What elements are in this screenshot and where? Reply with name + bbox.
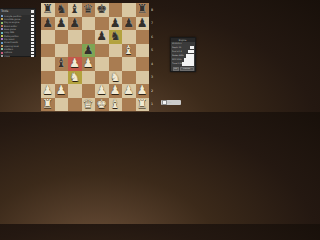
square-d8[interactable]: ♛ bbox=[82, 3, 96, 17]
editor-icon bbox=[1, 25, 3, 27]
menu-item-label: Close bbox=[4, 55, 10, 57]
square-f5[interactable] bbox=[109, 44, 123, 58]
menu-item-label: Show threats bbox=[4, 42, 18, 44]
menu-item-checkbox[interactable] bbox=[31, 48, 33, 50]
piece-white-pawn: ♟ bbox=[136, 84, 150, 98]
book-icon bbox=[1, 45, 3, 47]
piece-black-bishop: ♝ bbox=[55, 57, 69, 71]
menu-item-label: Board editor bbox=[4, 25, 17, 27]
piece-black-pawn: ♟ bbox=[41, 17, 55, 31]
piece-white-pawn: ♟ bbox=[82, 57, 96, 71]
copy-icon bbox=[1, 32, 3, 34]
badge-text: ····· bbox=[168, 101, 172, 103]
engine-dialog-buttons: OKCancel bbox=[171, 66, 195, 71]
square-g5[interactable]: ♝ bbox=[122, 44, 136, 58]
square-a3[interactable] bbox=[41, 71, 55, 85]
square-f2[interactable]: ♟ bbox=[109, 84, 123, 98]
options-icon bbox=[1, 52, 3, 54]
square-f7[interactable]: ♟ bbox=[109, 17, 123, 31]
piece-black-bishop: ♝ bbox=[68, 3, 82, 17]
stat-label: Nodes 845k bbox=[172, 55, 184, 57]
piece-black-pawn: ♟ bbox=[136, 17, 150, 31]
threats-icon bbox=[1, 42, 3, 44]
menu-item-checkbox[interactable] bbox=[31, 22, 33, 24]
rank-label-1: 1 bbox=[151, 102, 155, 105]
piece-black-rook: ♜ bbox=[136, 3, 150, 17]
piece-white-pawn: ♟ bbox=[41, 84, 55, 98]
menu-item-label-wrap: Close bbox=[4, 54, 31, 57]
square-b2[interactable]: ♟ bbox=[55, 84, 69, 98]
piece-black-pawn: ♟ bbox=[55, 17, 69, 31]
menu-item-checkbox[interactable] bbox=[31, 28, 33, 30]
piece-white-bishop: ♝ bbox=[122, 44, 136, 58]
square-f6[interactable]: ♞ bbox=[109, 30, 123, 44]
piece-white-queen: ♛ bbox=[82, 98, 96, 112]
tools-menu-list: Analyze positionAnnotate gamePlay vs eng… bbox=[0, 15, 35, 58]
square-c7[interactable]: ♟ bbox=[68, 17, 82, 31]
menu-item-label: Paste position bbox=[4, 35, 19, 37]
button-label: Cancel bbox=[183, 68, 190, 70]
menu-item-label: Opening book bbox=[4, 45, 19, 47]
square-d6[interactable] bbox=[82, 30, 96, 44]
piece-black-pawn: ♟ bbox=[68, 17, 82, 31]
piece-white-pawn: ♟ bbox=[122, 84, 136, 98]
piece-white-pawn: ♟ bbox=[109, 84, 123, 98]
square-c6[interactable] bbox=[68, 30, 82, 44]
square-b7[interactable]: ♟ bbox=[55, 17, 69, 31]
piece-white-rook: ♜ bbox=[41, 98, 55, 112]
menu-item-checkbox[interactable] bbox=[31, 25, 33, 27]
close-icon bbox=[1, 55, 3, 57]
square-h5[interactable] bbox=[136, 44, 150, 58]
square-c2[interactable] bbox=[68, 84, 82, 98]
rank-label-6: 6 bbox=[151, 35, 155, 38]
square-d2[interactable] bbox=[82, 84, 96, 98]
square-d7[interactable] bbox=[82, 17, 96, 31]
tools-panel-title: Tools bbox=[1, 10, 8, 13]
badge-icon bbox=[162, 100, 167, 105]
square-a1[interactable]: ♜ bbox=[41, 98, 55, 112]
piece-white-knight: ♞ bbox=[109, 71, 123, 85]
square-d5[interactable]: ♟ bbox=[82, 44, 96, 58]
annotate-icon bbox=[1, 18, 3, 20]
square-a6[interactable] bbox=[41, 30, 55, 44]
square-h6[interactable] bbox=[136, 30, 150, 44]
square-c1[interactable] bbox=[68, 98, 82, 112]
square-c5[interactable] bbox=[68, 44, 82, 58]
menu-item-checkbox[interactable] bbox=[31, 38, 33, 40]
square-g8[interactable] bbox=[122, 3, 136, 17]
menu-item-label: Options bbox=[4, 52, 12, 54]
rank-label-4: 4 bbox=[151, 62, 155, 65]
chess-board: ♜♞♝♛♚♜♟♟♟♟♟♟♟♞♟♝♝♟♟♞♞♟♟♟♟♟♟♜♛♚♝♜ bbox=[41, 3, 149, 111]
pin-icon[interactable] bbox=[31, 10, 34, 13]
piece-black-knight: ♞ bbox=[55, 3, 69, 17]
square-f3[interactable]: ♞ bbox=[109, 71, 123, 85]
piece-white-knight: ♞ bbox=[68, 71, 82, 85]
rank-label-8: 8 bbox=[151, 8, 155, 11]
piece-black-knight: ♞ bbox=[109, 30, 123, 44]
piece-black-rook: ♜ bbox=[41, 3, 55, 17]
square-e3[interactable] bbox=[95, 71, 109, 85]
square-d3[interactable] bbox=[82, 71, 96, 85]
piece-white-rook: ♜ bbox=[136, 98, 150, 112]
menu-item-checkbox[interactable] bbox=[31, 35, 33, 37]
menu-item-checkbox[interactable] bbox=[31, 55, 33, 57]
square-f4[interactable] bbox=[109, 57, 123, 71]
menu-item-label: Analyze position bbox=[4, 15, 21, 17]
piece-white-pawn: ♟ bbox=[95, 84, 109, 98]
rank-label-3: 3 bbox=[151, 75, 155, 78]
square-g1[interactable] bbox=[122, 98, 136, 112]
square-e7[interactable] bbox=[95, 17, 109, 31]
square-h7[interactable]: ♟ bbox=[136, 17, 150, 31]
piece-black-pawn: ♟ bbox=[122, 17, 136, 31]
square-b6[interactable] bbox=[55, 30, 69, 44]
square-b8[interactable]: ♞ bbox=[55, 3, 69, 17]
stat-bar bbox=[184, 58, 194, 62]
square-e5[interactable] bbox=[95, 44, 109, 58]
menu-item-checkbox[interactable] bbox=[31, 18, 33, 20]
stat-bar bbox=[182, 62, 194, 66]
square-e2[interactable]: ♟ bbox=[95, 84, 109, 98]
ok-button[interactable]: OK bbox=[173, 67, 180, 72]
menu-item-label: Copy FEN bbox=[4, 32, 14, 34]
rank-label-7: 7 bbox=[151, 21, 155, 24]
square-a7[interactable]: ♟ bbox=[41, 17, 55, 31]
square-f1[interactable]: ♝ bbox=[109, 98, 123, 112]
square-e4[interactable] bbox=[95, 57, 109, 71]
tools-menu-item-close[interactable]: Close bbox=[0, 54, 35, 57]
square-e8[interactable]: ♚ bbox=[95, 3, 109, 17]
piece-black-pawn: ♟ bbox=[82, 44, 96, 58]
square-b5[interactable] bbox=[55, 44, 69, 58]
stat-label-wrap: Time 0:08 bbox=[172, 62, 182, 66]
square-d4[interactable]: ♟ bbox=[82, 57, 96, 71]
square-e1[interactable]: ♚ bbox=[95, 98, 109, 112]
square-c8[interactable]: ♝ bbox=[68, 3, 82, 17]
engine-dialog-title: Engine bbox=[179, 39, 187, 41]
piece-black-pawn: ♟ bbox=[95, 30, 109, 44]
piece-black-pawn: ♟ bbox=[109, 17, 123, 31]
stat-label: NPS 312k bbox=[172, 59, 182, 61]
piece-white-pawn: ♟ bbox=[55, 84, 69, 98]
menu-item-checkbox[interactable] bbox=[31, 32, 33, 34]
square-h4[interactable] bbox=[136, 57, 150, 71]
engine-dialog-header-label: Statistics bbox=[172, 43, 182, 45]
square-a5[interactable] bbox=[41, 44, 55, 58]
piece-white-pawn: ♟ bbox=[68, 57, 82, 71]
analyze-icon bbox=[1, 15, 3, 17]
square-h2[interactable]: ♟ bbox=[136, 84, 150, 98]
stat-label: Time 0:08 bbox=[172, 63, 182, 65]
engine-dialog: Engine Statistics Depth 12Eval +0.4Nodes… bbox=[170, 37, 196, 72]
stat-bar bbox=[186, 54, 194, 58]
square-h1[interactable]: ♜ bbox=[136, 98, 150, 112]
square-g3[interactable] bbox=[122, 71, 136, 85]
square-b1[interactable] bbox=[55, 98, 69, 112]
menu-item-checkbox[interactable] bbox=[31, 42, 33, 44]
square-a8[interactable]: ♜ bbox=[41, 3, 55, 17]
square-a4[interactable] bbox=[41, 57, 55, 71]
engine-icon bbox=[1, 22, 3, 24]
square-h3[interactable] bbox=[136, 71, 150, 85]
button-label: OK bbox=[174, 68, 177, 70]
stat-bar bbox=[190, 46, 194, 50]
stat-label: Depth 12 bbox=[172, 47, 181, 49]
piece-white-king: ♚ bbox=[95, 98, 109, 112]
square-h8[interactable]: ♜ bbox=[136, 3, 150, 17]
menu-item-checkbox[interactable] bbox=[31, 45, 33, 47]
menu-item-checkbox[interactable] bbox=[31, 52, 33, 54]
paste-icon bbox=[1, 35, 3, 37]
save-icon bbox=[1, 28, 3, 30]
stat-label: Eval +0.4 bbox=[172, 51, 182, 53]
engine-stats-list: Depth 12Eval +0.4Nodes 845kNPS 312kTime … bbox=[171, 46, 195, 66]
stat-bar bbox=[188, 50, 194, 54]
tools-panel: Tools Analyze positionAnnotate gamePlay … bbox=[0, 8, 36, 57]
square-g6[interactable] bbox=[122, 30, 136, 44]
square-d1[interactable]: ♛ bbox=[82, 98, 96, 112]
rank-label-5: 5 bbox=[151, 48, 155, 51]
piece-white-bishop: ♝ bbox=[109, 98, 123, 112]
square-c3[interactable]: ♞ bbox=[68, 71, 82, 85]
rank-label-2: 2 bbox=[151, 89, 155, 92]
menu-item-checkbox[interactable] bbox=[31, 15, 33, 17]
square-a2[interactable]: ♟ bbox=[41, 84, 55, 98]
piece-black-king: ♚ bbox=[95, 3, 109, 17]
watermark-badge[interactable]: ····· bbox=[161, 100, 181, 105]
square-c4[interactable]: ♟ bbox=[68, 57, 82, 71]
square-g2[interactable]: ♟ bbox=[122, 84, 136, 98]
square-g7[interactable]: ♟ bbox=[122, 17, 136, 31]
engine-stat-time: Time 0:08 bbox=[171, 62, 195, 66]
square-g4[interactable] bbox=[122, 57, 136, 71]
square-e6[interactable]: ♟ bbox=[95, 30, 109, 44]
square-f8[interactable] bbox=[109, 3, 123, 17]
square-b4[interactable]: ♝ bbox=[55, 57, 69, 71]
piece-black-queen: ♛ bbox=[82, 3, 96, 17]
flip-icon bbox=[1, 38, 3, 40]
kibitzer-icon bbox=[1, 48, 3, 50]
cancel-button[interactable]: Cancel bbox=[180, 67, 193, 72]
square-b3[interactable] bbox=[55, 71, 69, 85]
